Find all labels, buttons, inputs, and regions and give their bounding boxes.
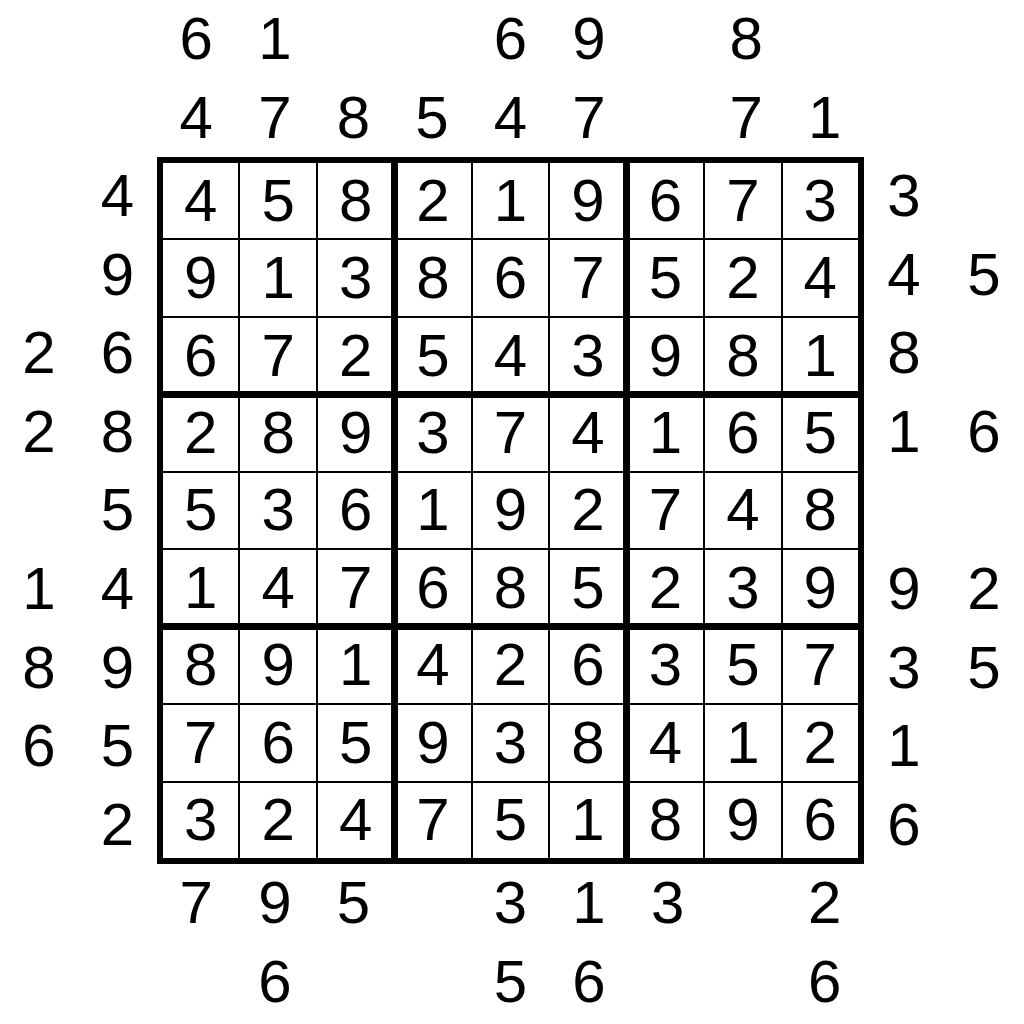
cell-r9c7: 8 bbox=[627, 782, 704, 859]
cell-r6c2: 4 bbox=[239, 549, 316, 626]
clue-bottom-inner-5: 3 bbox=[471, 864, 550, 942]
clue-left-outer-6: 1 bbox=[0, 550, 78, 629]
cell-r1c1: 4 bbox=[162, 162, 239, 239]
cell-r2c5: 6 bbox=[472, 239, 549, 316]
cell-r7c5: 2 bbox=[472, 627, 549, 704]
cell-r5c6: 2 bbox=[549, 472, 626, 549]
clue-top-inner-3: 8 bbox=[314, 78, 393, 157]
clue-top-outer-6: 9 bbox=[550, 0, 629, 78]
box-separator-horizontal-bottom bbox=[162, 623, 859, 630]
clue-top-inner-6: 7 bbox=[550, 78, 629, 157]
clue-right-outer-8 bbox=[944, 707, 1024, 786]
cell-r9c8: 9 bbox=[704, 782, 781, 859]
clue-right-inner-3: 8 bbox=[864, 314, 944, 393]
clue-column-right-inner: 34819316 bbox=[864, 157, 944, 864]
clue-top-inner-2: 7 bbox=[236, 78, 315, 157]
cell-r8c5: 3 bbox=[472, 704, 549, 781]
cell-r3c1: 6 bbox=[162, 317, 239, 394]
cell-r8c2: 6 bbox=[239, 704, 316, 781]
clue-column-left-outer: 22186 bbox=[0, 157, 78, 864]
clue-right-inner-8: 1 bbox=[864, 707, 944, 786]
clue-left-outer-8: 6 bbox=[0, 707, 78, 786]
cell-r4c1: 2 bbox=[162, 394, 239, 471]
cell-r9c4: 7 bbox=[394, 782, 471, 859]
clue-right-inner-1: 3 bbox=[864, 157, 944, 236]
clue-right-outer-6: 2 bbox=[944, 550, 1024, 629]
clue-left-inner-4: 8 bbox=[78, 393, 157, 472]
clue-bottom-outer-3 bbox=[314, 942, 393, 1022]
clue-left-inner-8: 5 bbox=[78, 707, 157, 786]
cell-r8c7: 4 bbox=[627, 704, 704, 781]
cell-r7c9: 7 bbox=[782, 627, 859, 704]
cell-r6c5: 8 bbox=[472, 549, 549, 626]
clue-row-bottom-inner: 7953132 bbox=[157, 864, 864, 942]
clue-top-outer-7 bbox=[628, 0, 707, 78]
cell-r2c3: 3 bbox=[317, 239, 394, 316]
clue-right-outer-3 bbox=[944, 314, 1024, 393]
cell-r8c8: 1 bbox=[704, 704, 781, 781]
clue-bottom-inner-6: 1 bbox=[550, 864, 629, 942]
clue-left-outer-5 bbox=[0, 471, 78, 550]
cell-r9c1: 3 bbox=[162, 782, 239, 859]
clue-top-inner-5: 4 bbox=[471, 78, 550, 157]
cell-r6c4: 6 bbox=[394, 549, 471, 626]
clue-row-bottom-outer: 6566 bbox=[157, 942, 864, 1022]
cell-r6c6: 5 bbox=[549, 549, 626, 626]
cell-r7c8: 5 bbox=[704, 627, 781, 704]
cell-r2c9: 4 bbox=[782, 239, 859, 316]
cell-r5c4: 1 bbox=[394, 472, 471, 549]
clue-right-inner-7: 3 bbox=[864, 628, 944, 707]
cell-r4c5: 7 bbox=[472, 394, 549, 471]
cell-r6c1: 1 bbox=[162, 549, 239, 626]
clue-left-inner-1: 4 bbox=[78, 157, 157, 236]
clue-right-outer-7: 5 bbox=[944, 628, 1024, 707]
cell-r3c7: 9 bbox=[627, 317, 704, 394]
clue-bottom-outer-4 bbox=[393, 942, 472, 1022]
clue-bottom-outer-2: 6 bbox=[236, 942, 315, 1022]
clue-bottom-inner-8 bbox=[707, 864, 786, 942]
cell-r1c4: 2 bbox=[394, 162, 471, 239]
clue-bottom-outer-9: 6 bbox=[785, 942, 864, 1022]
cell-r6c7: 2 bbox=[627, 549, 704, 626]
clue-left-outer-7: 8 bbox=[0, 628, 78, 707]
cell-r7c7: 3 bbox=[627, 627, 704, 704]
clue-top-outer-8: 8 bbox=[707, 0, 786, 78]
clue-column-right-outer: 5625 bbox=[944, 157, 1024, 864]
clue-column-left-inner: 496854952 bbox=[78, 157, 157, 864]
cell-r3c5: 4 bbox=[472, 317, 549, 394]
clue-top-inner-4: 5 bbox=[393, 78, 472, 157]
cell-r3c8: 8 bbox=[704, 317, 781, 394]
clue-top-outer-5: 6 bbox=[471, 0, 550, 78]
clue-left-outer-1 bbox=[0, 157, 78, 236]
box-separator-vertical-right bbox=[623, 162, 630, 859]
box-separator-vertical-left bbox=[391, 162, 398, 859]
box-separator-horizontal-top bbox=[162, 391, 859, 398]
cell-r3c9: 1 bbox=[782, 317, 859, 394]
clue-left-inner-9: 2 bbox=[78, 785, 157, 864]
clue-top-outer-1: 6 bbox=[157, 0, 236, 78]
cell-r1c7: 6 bbox=[627, 162, 704, 239]
cell-r2c2: 1 bbox=[239, 239, 316, 316]
cell-r9c6: 1 bbox=[549, 782, 626, 859]
cell-r4c2: 8 bbox=[239, 394, 316, 471]
clue-bottom-outer-1 bbox=[157, 942, 236, 1022]
clue-left-inner-2: 9 bbox=[78, 236, 157, 315]
cell-r7c6: 6 bbox=[549, 627, 626, 704]
cell-r1c5: 1 bbox=[472, 162, 549, 239]
cell-r7c3: 1 bbox=[317, 627, 394, 704]
cell-r8c4: 9 bbox=[394, 704, 471, 781]
clue-row-top-inner: 47854771 bbox=[157, 78, 864, 157]
clue-top-inner-1: 4 bbox=[157, 78, 236, 157]
clue-top-inner-9: 1 bbox=[785, 78, 864, 157]
cell-r3c3: 2 bbox=[317, 317, 394, 394]
clue-left-inner-5: 5 bbox=[78, 471, 157, 550]
clue-left-outer-4: 2 bbox=[0, 393, 78, 472]
cell-r5c9: 8 bbox=[782, 472, 859, 549]
clue-top-outer-9 bbox=[785, 0, 864, 78]
clue-bottom-inner-2: 9 bbox=[236, 864, 315, 942]
clue-left-outer-3: 2 bbox=[0, 314, 78, 393]
clue-bottom-outer-7 bbox=[628, 942, 707, 1022]
clue-left-outer-2 bbox=[0, 236, 78, 315]
cell-r3c4: 5 bbox=[394, 317, 471, 394]
clue-bottom-inner-1: 7 bbox=[157, 864, 236, 942]
clue-bottom-inner-7: 3 bbox=[628, 864, 707, 942]
cell-r4c3: 9 bbox=[317, 394, 394, 471]
cell-r7c4: 4 bbox=[394, 627, 471, 704]
clue-right-inner-4: 1 bbox=[864, 393, 944, 472]
clue-right-inner-2: 4 bbox=[864, 236, 944, 315]
cell-r4c9: 5 bbox=[782, 394, 859, 471]
clue-left-inner-6: 4 bbox=[78, 550, 157, 629]
cell-r7c1: 8 bbox=[162, 627, 239, 704]
cell-r5c2: 3 bbox=[239, 472, 316, 549]
cell-r6c3: 7 bbox=[317, 549, 394, 626]
cell-r6c9: 9 bbox=[782, 549, 859, 626]
clue-left-outer-9 bbox=[0, 785, 78, 864]
cell-r2c6: 7 bbox=[549, 239, 626, 316]
cell-r4c7: 1 bbox=[627, 394, 704, 471]
cell-r1c9: 3 bbox=[782, 162, 859, 239]
clue-left-inner-3: 6 bbox=[78, 314, 157, 393]
cell-r9c3: 4 bbox=[317, 782, 394, 859]
cell-r1c3: 8 bbox=[317, 162, 394, 239]
clue-left-inner-7: 9 bbox=[78, 628, 157, 707]
clue-right-outer-9 bbox=[944, 785, 1024, 864]
clue-bottom-outer-6: 6 bbox=[550, 942, 629, 1022]
cell-r9c2: 2 bbox=[239, 782, 316, 859]
cell-r9c5: 5 bbox=[472, 782, 549, 859]
clue-right-inner-9: 6 bbox=[864, 785, 944, 864]
sudoku-board: 4582196739138675246725439812893741655361… bbox=[157, 157, 864, 864]
cell-r5c1: 5 bbox=[162, 472, 239, 549]
cell-r4c6: 4 bbox=[549, 394, 626, 471]
clue-bottom-inner-3: 5 bbox=[314, 864, 393, 942]
clue-right-outer-1 bbox=[944, 157, 1024, 236]
cell-r2c7: 5 bbox=[627, 239, 704, 316]
cell-r5c7: 7 bbox=[627, 472, 704, 549]
cell-r4c8: 6 bbox=[704, 394, 781, 471]
cell-r2c1: 9 bbox=[162, 239, 239, 316]
cell-r2c8: 2 bbox=[704, 239, 781, 316]
clue-right-outer-2: 5 bbox=[944, 236, 1024, 315]
cell-r1c6: 9 bbox=[549, 162, 626, 239]
cell-r3c2: 7 bbox=[239, 317, 316, 394]
cell-r5c5: 9 bbox=[472, 472, 549, 549]
clue-top-inner-7 bbox=[628, 78, 707, 157]
cell-r5c8: 4 bbox=[704, 472, 781, 549]
cell-r8c3: 5 bbox=[317, 704, 394, 781]
clue-top-outer-4 bbox=[393, 0, 472, 78]
cell-r4c4: 3 bbox=[394, 394, 471, 471]
clue-right-inner-5 bbox=[864, 471, 944, 550]
clue-right-outer-5 bbox=[944, 471, 1024, 550]
clue-top-outer-3 bbox=[314, 0, 393, 78]
clue-right-inner-6: 9 bbox=[864, 550, 944, 629]
clue-top-inner-8: 7 bbox=[707, 78, 786, 157]
clue-right-outer-4: 6 bbox=[944, 393, 1024, 472]
cell-r1c8: 7 bbox=[704, 162, 781, 239]
cell-r5c3: 6 bbox=[317, 472, 394, 549]
cell-r9c9: 6 bbox=[782, 782, 859, 859]
clue-bottom-inner-4 bbox=[393, 864, 472, 942]
cell-r1c2: 5 bbox=[239, 162, 316, 239]
clue-bottom-outer-8 bbox=[707, 942, 786, 1022]
cell-r7c2: 9 bbox=[239, 627, 316, 704]
clue-bottom-inner-9: 2 bbox=[785, 864, 864, 942]
clue-row-top-outer: 61698 bbox=[157, 0, 864, 78]
cell-r3c6: 3 bbox=[549, 317, 626, 394]
puzzle-page: 61698 47854771 7953132 6566 22186 496854… bbox=[0, 0, 1024, 1024]
cell-r2c4: 8 bbox=[394, 239, 471, 316]
clue-top-outer-2: 1 bbox=[236, 0, 315, 78]
cell-r8c1: 7 bbox=[162, 704, 239, 781]
cell-r8c6: 8 bbox=[549, 704, 626, 781]
cell-r8c9: 2 bbox=[782, 704, 859, 781]
cell-r6c8: 3 bbox=[704, 549, 781, 626]
clue-bottom-outer-5: 5 bbox=[471, 942, 550, 1022]
